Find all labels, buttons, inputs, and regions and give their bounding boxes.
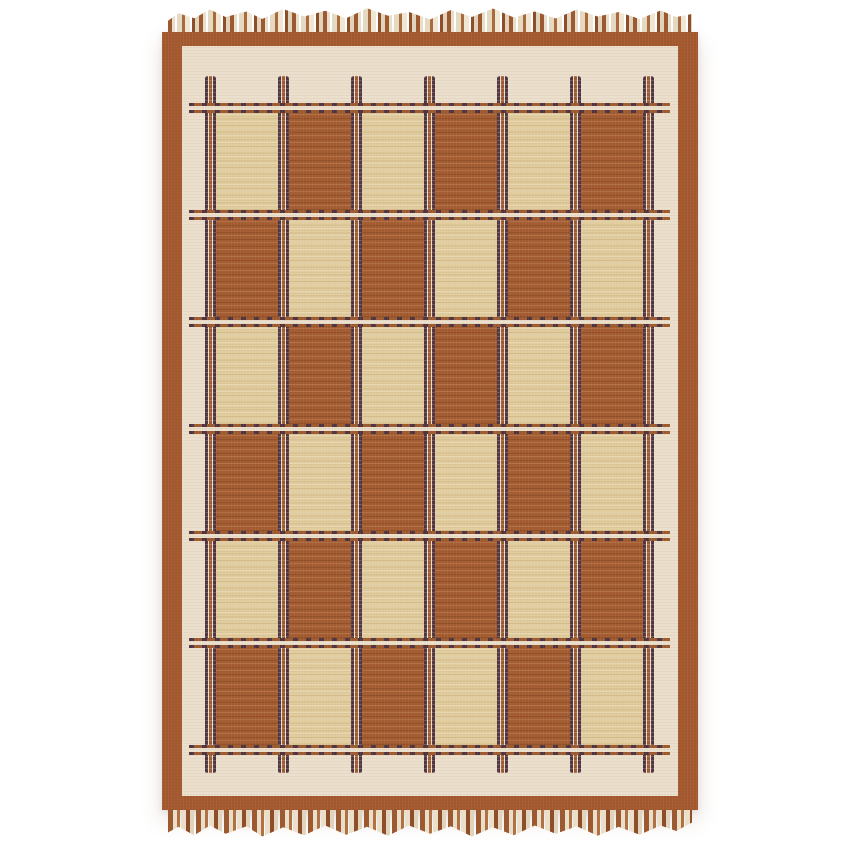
horizontal-guard-stripe-4 [189, 424, 670, 434]
check-cell-r6c3 [362, 648, 424, 745]
rug-field [205, 103, 654, 755]
check-cell-r4c4 [435, 434, 497, 531]
check-cell-r5c3 [362, 541, 424, 638]
check-cell-r4c5 [508, 434, 570, 531]
check-cell-r6c6 [581, 648, 643, 745]
check-cell-r5c2 [289, 541, 351, 638]
check-cell-r6c4 [435, 648, 497, 745]
check-cell-r4c3 [362, 434, 424, 531]
check-cell-r1c2 [289, 113, 351, 210]
horizontal-guard-stripe-7 [189, 745, 670, 755]
check-cell-r2c3 [362, 220, 424, 317]
horizontal-guard-stripe-6 [189, 638, 670, 648]
check-cell-r2c1 [216, 220, 278, 317]
rug [162, 32, 698, 810]
horizontal-guard-stripe-2 [189, 210, 670, 220]
check-cell-r3c4 [435, 327, 497, 424]
check-cell-r4c1 [216, 434, 278, 531]
check-cell-r3c3 [362, 327, 424, 424]
check-cell-r4c2 [289, 434, 351, 531]
check-cell-r3c2 [289, 327, 351, 424]
check-cell-r1c3 [362, 113, 424, 210]
check-cell-r5c1 [216, 541, 278, 638]
check-cell-r2c6 [581, 220, 643, 317]
check-cell-r5c6 [581, 541, 643, 638]
check-cell-r1c4 [435, 113, 497, 210]
check-cell-r1c5 [508, 113, 570, 210]
check-cell-r1c6 [581, 113, 643, 210]
check-cell-r2c4 [435, 220, 497, 317]
check-cell-r6c1 [216, 648, 278, 745]
check-cell-r3c5 [508, 327, 570, 424]
check-cell-r6c2 [289, 648, 351, 745]
check-cell-r2c5 [508, 220, 570, 317]
horizontal-guard-stripe-5 [189, 531, 670, 541]
check-cell-r1c1 [216, 113, 278, 210]
horizontal-guard-stripe-3 [189, 317, 670, 327]
fringe-top [168, 7, 692, 32]
check-cell-r5c4 [435, 541, 497, 638]
check-cell-r4c6 [581, 434, 643, 531]
check-cell-r6c5 [508, 648, 570, 745]
horizontal-guard-stripe-1 [189, 103, 670, 113]
check-cell-r3c6 [581, 327, 643, 424]
photo-background [0, 0, 848, 848]
check-cell-r5c5 [508, 541, 570, 638]
fringe-bottom [168, 810, 692, 838]
check-cell-r2c2 [289, 220, 351, 317]
check-cell-r3c1 [216, 327, 278, 424]
